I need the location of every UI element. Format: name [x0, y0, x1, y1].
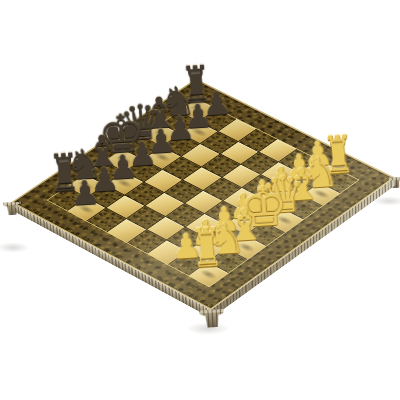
pawn-glyph: ♟ [54, 174, 116, 211]
product-photo-stage: ♜♞♝♛♚♝♞♜♟♟♟♟♟♟♟♟♟♟♟♟♟♟♟♟♜♞♝♛♚♝♞♜ [0, 0, 400, 400]
rook-glyph: ♜ [180, 219, 234, 276]
foot-shadow-left [0, 242, 30, 253]
chess-board: ♜♞♝♛♚♝♞♜♟♟♟♟♟♟♟♟♟♟♟♟♟♟♟♟♜♞♝♛♚♝♞♜ [11, 79, 395, 310]
